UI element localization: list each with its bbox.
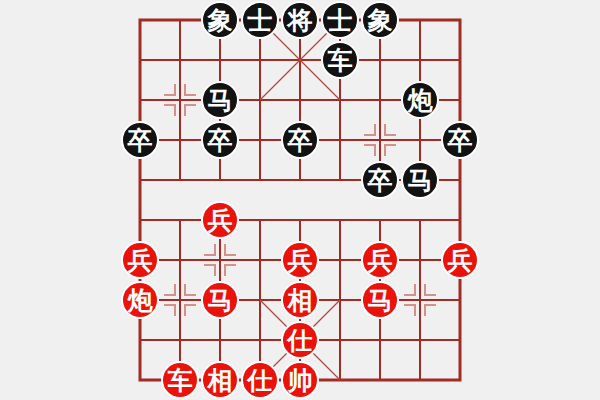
point-marker [385,124,396,135]
piece-red-chariot[interactable]: 车 [161,361,199,399]
point-marker [164,84,175,95]
piece-red-soldier[interactable]: 兵 [121,241,159,279]
point-marker [164,284,175,295]
point-marker [225,244,236,255]
piece-black-horse[interactable]: 马 [201,81,239,119]
piece-red-elephant[interactable]: 相 [281,281,319,319]
piece-black-soldier[interactable]: 卒 [441,121,479,159]
piece-red-advisor[interactable]: 仕 [281,321,319,359]
piece-black-horse[interactable]: 马 [401,161,439,199]
piece-red-soldier[interactable]: 兵 [361,241,399,279]
point-marker [185,84,196,95]
piece-red-elephant[interactable]: 相 [201,361,239,399]
piece-red-soldier[interactable]: 兵 [201,201,239,239]
point-marker [425,305,436,316]
piece-red-advisor[interactable]: 仕 [241,361,279,399]
piece-black-soldier[interactable]: 卒 [281,121,319,159]
point-marker [185,105,196,116]
piece-red-soldier[interactable]: 兵 [441,241,479,279]
point-marker [364,124,375,135]
point-marker [404,305,415,316]
point-marker [164,105,175,116]
piece-black-advisor[interactable]: 士 [321,1,359,39]
point-marker [164,305,175,316]
point-marker [385,145,396,156]
point-marker [185,305,196,316]
piece-black-king[interactable]: 将 [281,1,319,39]
piece-red-horse[interactable]: 马 [201,281,239,319]
piece-black-chariot[interactable]: 车 [321,41,359,79]
point-marker [185,284,196,295]
piece-black-soldier[interactable]: 卒 [361,161,399,199]
piece-red-king[interactable]: 帅 [281,361,319,399]
point-marker [404,284,415,295]
piece-red-soldier[interactable]: 兵 [281,241,319,279]
piece-black-soldier[interactable]: 卒 [121,121,159,159]
point-marker [425,284,436,295]
point-marker [225,265,236,276]
piece-black-soldier[interactable]: 卒 [201,121,239,159]
point-marker [364,145,375,156]
piece-black-cannon[interactable]: 炮 [401,81,439,119]
point-marker [204,244,215,255]
point-marker [204,265,215,276]
piece-red-horse[interactable]: 马 [361,281,399,319]
piece-black-advisor[interactable]: 士 [241,1,279,39]
piece-red-cannon[interactable]: 炮 [121,281,159,319]
piece-black-elephant[interactable]: 象 [201,1,239,39]
piece-black-elephant[interactable]: 象 [361,1,399,39]
xiangqi-board-screen: 象士将士象车马炮卒卒卒卒卒马兵兵兵兵兵炮马相马仕车相仕帅 [0,0,600,400]
